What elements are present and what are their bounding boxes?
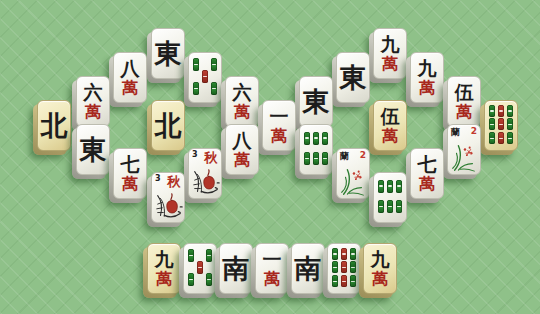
autumn-plant-drawing: [153, 190, 184, 221]
bamboo-stick-green: [304, 132, 310, 145]
wan-character: 萬: [234, 103, 250, 121]
tile-face: [373, 172, 407, 223]
flower-number: 2: [360, 150, 366, 160]
6-man-characters: 六萬: [77, 77, 109, 126]
bamboo-stick-green: [304, 152, 310, 165]
9-man-characters: 九萬: [411, 53, 443, 102]
season-autumn-3-art: 秋3: [152, 173, 184, 222]
tile-face: 六萬: [76, 76, 110, 127]
orchid-character: 蘭: [451, 126, 460, 139]
tile-5-man[interactable]: 伍萬: [369, 100, 407, 156]
bamboo-stick-red: [498, 118, 504, 130]
tile-face: 九萬: [147, 243, 181, 294]
bamboo-stick-green: [350, 248, 356, 260]
8-man-characters: 八萬: [226, 125, 258, 174]
man-numeral: 七: [418, 154, 437, 175]
bamboo-stick-green: [188, 249, 194, 262]
bamboo-stick-green: [378, 200, 384, 213]
bamboo-stick-red: [498, 105, 504, 117]
bamboo-stick-red: [341, 261, 347, 273]
wan-character: 萬: [382, 127, 398, 145]
autumn-plant-drawing: [190, 166, 221, 197]
bamboo-stick-green: [322, 152, 328, 165]
tile-south-wind[interactable]: 南: [215, 243, 253, 299]
tile-north-wind[interactable]: 北: [147, 100, 185, 156]
9-man-characters: 九萬: [364, 244, 396, 293]
tile-face: [327, 243, 361, 294]
east-wind-character: 東: [152, 29, 184, 78]
man-numeral: 八: [121, 58, 140, 79]
tile-6-bamboo[interactable]: [369, 172, 407, 228]
wan-character: 萬: [271, 127, 287, 145]
tile-face: 七萬: [113, 148, 147, 199]
bamboo-stick-green: [350, 261, 356, 273]
5-man-characters: 伍萬: [448, 77, 480, 126]
man-numeral: 一: [270, 106, 289, 127]
tile-flower-orchid-2[interactable]: 蘭2: [332, 148, 370, 204]
6-man-characters: 六萬: [226, 77, 258, 126]
tile-east-wind[interactable]: 東: [332, 52, 370, 108]
tile-5-bamboo[interactable]: [179, 243, 217, 299]
wan-character: 萬: [372, 270, 388, 288]
bamboo-9-grid: [487, 104, 515, 145]
bamboo-stick-green: [387, 180, 393, 193]
tile-face: 蘭2: [336, 148, 370, 199]
tile-face: 八萬: [225, 124, 259, 175]
man-numeral: 伍: [455, 82, 474, 103]
bamboo-stick-red: [341, 275, 347, 287]
tile-north-wind[interactable]: 北: [33, 100, 71, 156]
bamboo-6-grid: [302, 128, 330, 169]
bamboo-stick-green: [387, 200, 393, 213]
tile-season-autumn-3[interactable]: 秋3: [184, 148, 222, 204]
flower-orchid-2-art: 蘭2: [448, 125, 480, 174]
autumn-character: 秋: [167, 173, 180, 191]
man-numeral: 一: [263, 249, 282, 270]
bamboo-stick-green: [396, 200, 402, 213]
man-numeral: 九: [381, 34, 400, 55]
bamboo-5-grid: [191, 56, 219, 97]
8-man-characters: 八萬: [114, 53, 146, 102]
tile-face: [299, 124, 333, 175]
tile-face: 秋3: [151, 172, 185, 223]
tile-face: [188, 52, 222, 103]
bamboo-stick-green: [489, 132, 495, 144]
bamboo-stick-green: [378, 180, 384, 193]
bamboo-stick-green: [350, 275, 356, 287]
tile-9-man[interactable]: 九萬: [359, 243, 397, 299]
tile-flower-orchid-2[interactable]: 蘭2: [443, 124, 481, 180]
east-wind-character: 東: [300, 77, 332, 126]
wan-character: 萬: [419, 79, 435, 97]
tile-season-autumn-3[interactable]: 秋3: [147, 172, 185, 228]
man-numeral: 九: [418, 58, 437, 79]
7-man-characters: 七萬: [411, 149, 443, 198]
bamboo-stick-green: [489, 105, 495, 117]
north-wind-character: 北: [38, 101, 70, 150]
bamboo-column: [191, 56, 200, 97]
tile-face: 東: [76, 124, 110, 175]
bamboo-stick-red: [498, 132, 504, 144]
bamboo-stick-red: [341, 248, 347, 260]
man-numeral: 六: [233, 82, 252, 103]
south-wind-character: 南: [220, 244, 252, 293]
man-numeral: 八: [233, 130, 252, 151]
bamboo-stick-green: [396, 180, 402, 193]
tile-face: 一萬: [255, 243, 289, 294]
bamboo-stick-green: [332, 275, 338, 287]
tile-face: 北: [151, 100, 185, 151]
orchid-plant-drawing: [338, 166, 369, 197]
9-man-characters: 九萬: [148, 244, 180, 293]
tile-east-wind[interactable]: 東: [147, 28, 185, 84]
tile-face: 東: [336, 52, 370, 103]
bamboo-stick-green: [313, 152, 319, 165]
bamboo-stick-green: [193, 82, 199, 95]
orchid-character: 蘭: [340, 150, 349, 163]
tile-7-man[interactable]: 七萬: [109, 148, 147, 204]
wan-character: 萬: [382, 55, 398, 73]
flower-orchid-2-art: 蘭2: [337, 149, 369, 198]
bamboo-5-grid: [186, 247, 214, 288]
bamboo-column: [186, 247, 195, 288]
tile-9-bamboo[interactable]: [323, 243, 361, 299]
tile-9-bamboo[interactable]: [480, 100, 518, 156]
tile-8-man[interactable]: 八萬: [221, 124, 259, 180]
9-man-characters: 九萬: [374, 29, 406, 78]
bamboo-column: [200, 56, 209, 97]
south-wind-character: 南: [292, 244, 324, 293]
east-wind-character: 東: [337, 53, 369, 102]
tile-face: 南: [291, 243, 325, 294]
man-numeral: 伍: [381, 106, 400, 127]
bamboo-column: [210, 56, 219, 97]
bamboo-stick-green: [211, 82, 217, 95]
tile-face: 伍萬: [447, 76, 481, 127]
bamboo-column: [195, 247, 204, 288]
season-autumn-3-art: 秋3: [189, 149, 221, 198]
bamboo-stick-green: [188, 273, 194, 286]
tile-face: 南: [219, 243, 253, 294]
bamboo-stick-green: [313, 132, 319, 145]
wan-character: 萬: [122, 79, 138, 97]
bamboo-6-grid: [376, 176, 404, 217]
autumn-character: 秋: [204, 149, 217, 167]
wan-character: 萬: [85, 103, 101, 121]
bamboo-stick-red: [197, 261, 203, 274]
wan-character: 萬: [456, 103, 472, 121]
tile-face: 北: [37, 100, 71, 151]
tile-face: 九萬: [410, 52, 444, 103]
bamboo-stick-green: [507, 118, 513, 130]
tile-face: 八萬: [113, 52, 147, 103]
tile-8-man[interactable]: 八萬: [109, 52, 147, 108]
man-numeral: 九: [371, 249, 390, 270]
tile-5-bamboo[interactable]: [184, 52, 222, 108]
bamboo-stick-green: [193, 58, 199, 71]
mahjong-board: 東八萬六萬六萬北北一萬東八萬七萬秋3秋3九萬東九萬東伍萬伍萬蘭2蘭2七萬九萬南一…: [0, 0, 540, 314]
man-numeral: 七: [121, 154, 140, 175]
tile-6-bamboo[interactable]: [295, 124, 333, 180]
man-numeral: 六: [84, 82, 103, 103]
tile-face: [484, 100, 518, 151]
1-man-characters: 一萬: [263, 101, 295, 150]
wan-character: 萬: [156, 270, 172, 288]
tile-1-man[interactable]: 一萬: [258, 100, 296, 156]
tile-face: [183, 243, 217, 294]
tile-face: 六萬: [225, 76, 259, 127]
tile-9-man[interactable]: 九萬: [143, 243, 181, 299]
bamboo-column: [205, 247, 214, 288]
tile-face: 東: [151, 28, 185, 79]
tile-face: 東: [299, 76, 333, 127]
orchid-plant-drawing: [449, 142, 480, 173]
bamboo-stick-green: [332, 261, 338, 273]
bamboo-stick-green: [206, 249, 212, 262]
tile-face: 秋3: [188, 148, 222, 199]
5-man-characters: 伍萬: [374, 101, 406, 150]
wan-character: 萬: [264, 270, 280, 288]
bamboo-stick-green: [211, 58, 217, 71]
flower-number: 3: [192, 150, 198, 159]
bamboo-9-grid: [330, 247, 358, 288]
tile-face: 伍萬: [373, 100, 407, 151]
tile-1-man[interactable]: 一萬: [251, 243, 289, 299]
wan-character: 萬: [122, 175, 138, 193]
1-man-characters: 一萬: [256, 244, 288, 293]
bamboo-stick-red: [202, 70, 208, 83]
wan-character: 萬: [419, 175, 435, 193]
7-man-characters: 七萬: [114, 149, 146, 198]
wan-character: 萬: [234, 151, 250, 169]
tile-9-man[interactable]: 九萬: [369, 28, 407, 84]
tile-face: 九萬: [363, 243, 397, 294]
flower-number: 2: [471, 126, 477, 136]
tile-east-wind[interactable]: 東: [72, 124, 110, 180]
flower-number: 3: [155, 174, 161, 183]
tile-south-wind[interactable]: 南: [287, 243, 325, 299]
man-numeral: 九: [155, 249, 174, 270]
tile-7-man[interactable]: 七萬: [406, 148, 444, 204]
bamboo-stick-green: [489, 118, 495, 130]
bamboo-stick-green: [507, 105, 513, 117]
tile-face: 九萬: [373, 28, 407, 79]
tile-9-man[interactable]: 九萬: [406, 52, 444, 108]
tile-face: 七萬: [410, 148, 444, 199]
bamboo-stick-green: [507, 132, 513, 144]
north-wind-character: 北: [152, 101, 184, 150]
bamboo-stick-green: [332, 248, 338, 260]
tile-face: 蘭2: [447, 124, 481, 175]
tile-face: 一萬: [262, 100, 296, 151]
bamboo-stick-green: [322, 132, 328, 145]
east-wind-character: 東: [77, 125, 109, 174]
bamboo-stick-green: [206, 273, 212, 286]
